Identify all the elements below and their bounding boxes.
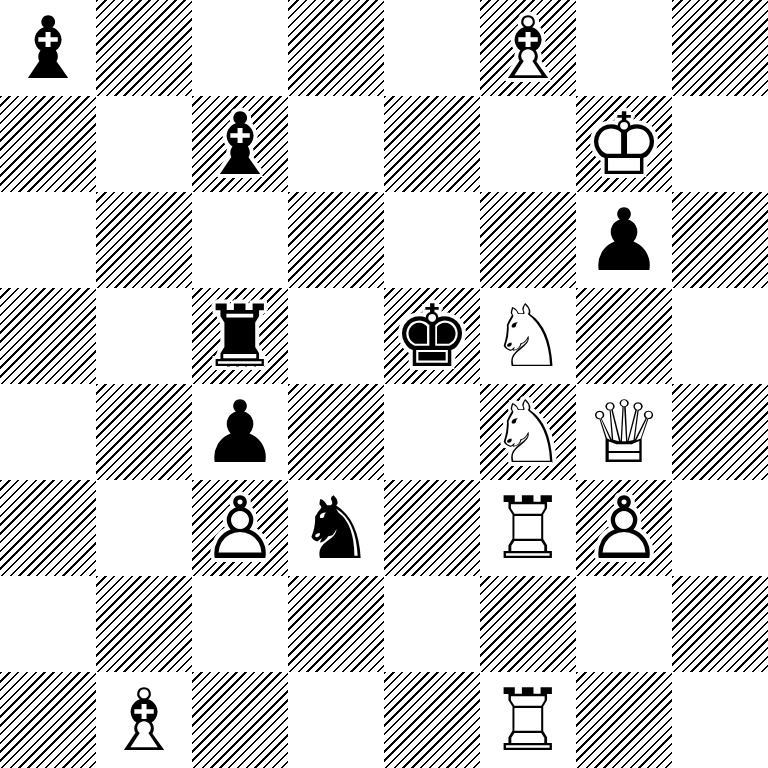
square-h1[interactable] — [672, 672, 768, 768]
white-knight-icon: ♘ — [480, 288, 576, 384]
white-rook-icon: ♖ — [480, 672, 576, 768]
square-f4[interactable]: ♞♘ — [480, 384, 576, 480]
black-king[interactable]: ♚♚ — [384, 288, 480, 384]
square-b6[interactable] — [96, 192, 192, 288]
black-bishop-icon: ♝ — [192, 96, 288, 192]
square-f3[interactable]: ♜♖ — [480, 480, 576, 576]
square-e7[interactable] — [384, 96, 480, 192]
square-g8[interactable] — [576, 0, 672, 96]
white-knight[interactable]: ♞♘ — [480, 288, 576, 384]
square-a4[interactable] — [0, 384, 96, 480]
piece-halo: ♟ — [192, 480, 288, 576]
piece-halo: ♟ — [192, 384, 288, 480]
square-d7[interactable] — [288, 96, 384, 192]
square-e6[interactable] — [384, 192, 480, 288]
white-bishop-icon: ♗ — [96, 672, 192, 768]
square-h4[interactable] — [672, 384, 768, 480]
white-king-icon: ♔ — [576, 96, 672, 192]
square-b8[interactable] — [96, 0, 192, 96]
white-pawn[interactable]: ♟♙ — [192, 480, 288, 576]
square-e3[interactable] — [384, 480, 480, 576]
piece-halo: ♞ — [480, 288, 576, 384]
square-g7[interactable]: ♚♔ — [576, 96, 672, 192]
white-knight[interactable]: ♞♘ — [480, 384, 576, 480]
square-h6[interactable] — [672, 192, 768, 288]
square-g2[interactable] — [576, 576, 672, 672]
black-rook[interactable]: ♜♜ — [192, 288, 288, 384]
square-b4[interactable] — [96, 384, 192, 480]
piece-halo: ♜ — [480, 672, 576, 768]
square-h5[interactable] — [672, 288, 768, 384]
square-c6[interactable] — [192, 192, 288, 288]
square-e4[interactable] — [384, 384, 480, 480]
square-g6[interactable]: ♟♟ — [576, 192, 672, 288]
piece-halo: ♝ — [0, 0, 96, 96]
piece-halo: ♟ — [576, 480, 672, 576]
square-a7[interactable] — [0, 96, 96, 192]
square-c7[interactable]: ♝♝ — [192, 96, 288, 192]
white-bishop-icon: ♗ — [480, 0, 576, 96]
square-b7[interactable] — [96, 96, 192, 192]
square-c3[interactable]: ♟♙ — [192, 480, 288, 576]
black-bishop[interactable]: ♝♝ — [192, 96, 288, 192]
square-f5[interactable]: ♞♘ — [480, 288, 576, 384]
square-c8[interactable] — [192, 0, 288, 96]
square-a3[interactable] — [0, 480, 96, 576]
piece-halo: ♚ — [576, 96, 672, 192]
square-d5[interactable] — [288, 288, 384, 384]
square-g5[interactable] — [576, 288, 672, 384]
square-d4[interactable] — [288, 384, 384, 480]
square-c1[interactable] — [192, 672, 288, 768]
square-d2[interactable] — [288, 576, 384, 672]
square-a2[interactable] — [0, 576, 96, 672]
square-b1[interactable]: ♝♗ — [96, 672, 192, 768]
piece-halo: ♟ — [576, 192, 672, 288]
white-queen[interactable]: ♛♕ — [576, 384, 672, 480]
white-rook[interactable]: ♜♖ — [480, 480, 576, 576]
white-king[interactable]: ♚♔ — [576, 96, 672, 192]
square-f7[interactable] — [480, 96, 576, 192]
square-g4[interactable]: ♛♕ — [576, 384, 672, 480]
white-pawn-icon: ♙ — [576, 480, 672, 576]
square-c5[interactable]: ♜♜ — [192, 288, 288, 384]
white-pawn-icon: ♙ — [192, 480, 288, 576]
black-bishop[interactable]: ♝♝ — [0, 0, 96, 96]
white-bishop[interactable]: ♝♗ — [480, 0, 576, 96]
square-b3[interactable] — [96, 480, 192, 576]
piece-halo: ♚ — [384, 288, 480, 384]
square-e8[interactable] — [384, 0, 480, 96]
square-e2[interactable] — [384, 576, 480, 672]
black-pawn[interactable]: ♟♟ — [576, 192, 672, 288]
square-b2[interactable] — [96, 576, 192, 672]
square-d3[interactable]: ♞♞ — [288, 480, 384, 576]
black-rook-icon: ♜ — [192, 288, 288, 384]
square-f2[interactable] — [480, 576, 576, 672]
square-h3[interactable] — [672, 480, 768, 576]
black-bishop-icon: ♝ — [0, 0, 96, 96]
white-knight-icon: ♘ — [480, 384, 576, 480]
square-e1[interactable] — [384, 672, 480, 768]
square-f6[interactable] — [480, 192, 576, 288]
white-pawn[interactable]: ♟♙ — [576, 480, 672, 576]
square-g1[interactable] — [576, 672, 672, 768]
piece-halo: ♝ — [96, 672, 192, 768]
square-h2[interactable] — [672, 576, 768, 672]
square-d8[interactable] — [288, 0, 384, 96]
square-c4[interactable]: ♟♟ — [192, 384, 288, 480]
chess-board: ♝♝♝♗♝♝♚♔♟♟♜♜♚♚♞♘♟♟♞♘♛♕♟♙♞♞♜♖♟♙♝♗♜♖ — [0, 0, 768, 768]
black-pawn[interactable]: ♟♟ — [192, 384, 288, 480]
piece-halo: ♝ — [192, 96, 288, 192]
square-d6[interactable] — [288, 192, 384, 288]
black-pawn-icon: ♟ — [576, 192, 672, 288]
square-h8[interactable] — [672, 0, 768, 96]
black-knight[interactable]: ♞♞ — [288, 480, 384, 576]
piece-halo: ♜ — [480, 480, 576, 576]
white-rook-icon: ♖ — [480, 480, 576, 576]
square-h7[interactable] — [672, 96, 768, 192]
black-king-icon: ♚ — [384, 288, 480, 384]
square-c2[interactable] — [192, 576, 288, 672]
square-d1[interactable] — [288, 672, 384, 768]
piece-halo: ♞ — [480, 384, 576, 480]
white-rook[interactable]: ♜♖ — [480, 672, 576, 768]
piece-halo: ♝ — [480, 0, 576, 96]
square-a5[interactable] — [0, 288, 96, 384]
white-queen-icon: ♕ — [576, 384, 672, 480]
piece-halo: ♞ — [288, 480, 384, 576]
black-pawn-icon: ♟ — [192, 384, 288, 480]
square-b5[interactable] — [96, 288, 192, 384]
square-f8[interactable]: ♝♗ — [480, 0, 576, 96]
piece-halo: ♛ — [576, 384, 672, 480]
black-knight-icon: ♞ — [288, 480, 384, 576]
piece-halo: ♜ — [192, 288, 288, 384]
square-a6[interactable] — [0, 192, 96, 288]
square-f1[interactable]: ♜♖ — [480, 672, 576, 768]
white-bishop[interactable]: ♝♗ — [96, 672, 192, 768]
square-a1[interactable] — [0, 672, 96, 768]
square-e5[interactable]: ♚♚ — [384, 288, 480, 384]
square-a8[interactable]: ♝♝ — [0, 0, 96, 96]
square-g3[interactable]: ♟♙ — [576, 480, 672, 576]
